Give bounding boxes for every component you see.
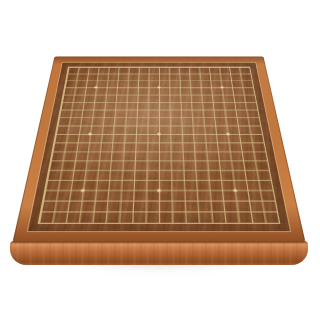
star-point <box>158 87 161 89</box>
star-point <box>157 189 160 192</box>
star-point <box>81 189 85 192</box>
playing-field <box>28 63 290 231</box>
perspective-scene <box>37 12 281 256</box>
star-point <box>157 133 160 135</box>
star-point <box>233 189 237 192</box>
grid-lines[interactable] <box>38 67 281 224</box>
go-board <box>12 57 305 243</box>
star-point <box>226 133 229 135</box>
star-point <box>220 87 223 89</box>
star-point <box>89 133 92 135</box>
product-photo <box>0 0 320 320</box>
star-point <box>95 87 98 89</box>
